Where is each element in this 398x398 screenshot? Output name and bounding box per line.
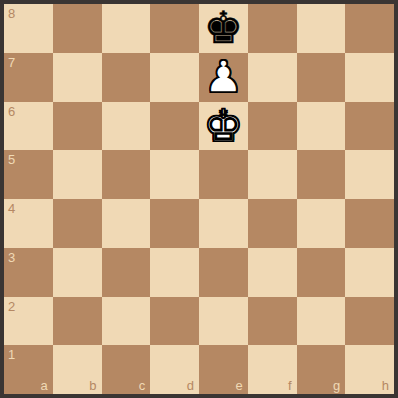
square-d1[interactable]: d: [150, 345, 199, 394]
square-d8[interactable]: [150, 4, 199, 53]
rank-label-6: 6: [8, 105, 15, 118]
black-king[interactable]: ♚: [204, 4, 243, 52]
square-b1[interactable]: b: [53, 345, 102, 394]
rank-label-1: 1: [8, 348, 15, 361]
square-e3[interactable]: [199, 248, 248, 297]
square-d6[interactable]: [150, 102, 199, 151]
square-f1[interactable]: f: [248, 345, 297, 394]
square-e6[interactable]: ♚: [199, 102, 248, 151]
square-f2[interactable]: [248, 297, 297, 346]
square-d7[interactable]: [150, 53, 199, 102]
square-c2[interactable]: [102, 297, 151, 346]
square-d2[interactable]: [150, 297, 199, 346]
square-h5[interactable]: [345, 150, 394, 199]
square-g8[interactable]: [297, 4, 346, 53]
square-a4[interactable]: 4: [4, 199, 53, 248]
square-h1[interactable]: h: [345, 345, 394, 394]
white-king[interactable]: ♚: [204, 102, 243, 150]
square-f4[interactable]: [248, 199, 297, 248]
square-f6[interactable]: [248, 102, 297, 151]
square-h4[interactable]: [345, 199, 394, 248]
square-c1[interactable]: c: [102, 345, 151, 394]
rank-label-8: 8: [8, 7, 15, 20]
square-f8[interactable]: [248, 4, 297, 53]
square-g4[interactable]: [297, 199, 346, 248]
chess-board: 8♚7♟6♚54321abcdefgh: [0, 0, 398, 398]
square-b4[interactable]: [53, 199, 102, 248]
square-e4[interactable]: [199, 199, 248, 248]
file-label-g: g: [333, 379, 340, 392]
square-b2[interactable]: [53, 297, 102, 346]
file-label-a: a: [41, 379, 48, 392]
square-e5[interactable]: [199, 150, 248, 199]
rank-label-2: 2: [8, 300, 15, 313]
square-e8[interactable]: ♚: [199, 4, 248, 53]
square-d4[interactable]: [150, 199, 199, 248]
rank-label-4: 4: [8, 202, 15, 215]
square-d5[interactable]: [150, 150, 199, 199]
square-g2[interactable]: [297, 297, 346, 346]
file-label-b: b: [89, 379, 96, 392]
square-e2[interactable]: [199, 297, 248, 346]
square-a1[interactable]: 1a: [4, 345, 53, 394]
square-a3[interactable]: 3: [4, 248, 53, 297]
rank-label-3: 3: [8, 251, 15, 264]
white-pawn[interactable]: ♟: [204, 53, 243, 101]
square-h8[interactable]: [345, 4, 394, 53]
square-g3[interactable]: [297, 248, 346, 297]
square-a6[interactable]: 6: [4, 102, 53, 151]
rank-label-7: 7: [8, 56, 15, 69]
file-label-d: d: [187, 379, 194, 392]
square-f7[interactable]: [248, 53, 297, 102]
square-h7[interactable]: [345, 53, 394, 102]
square-b5[interactable]: [53, 150, 102, 199]
square-c8[interactable]: [102, 4, 151, 53]
square-a2[interactable]: 2: [4, 297, 53, 346]
square-g6[interactable]: [297, 102, 346, 151]
file-label-c: c: [139, 379, 146, 392]
square-h6[interactable]: [345, 102, 394, 151]
square-f3[interactable]: [248, 248, 297, 297]
square-e7[interactable]: ♟: [199, 53, 248, 102]
square-a8[interactable]: 8: [4, 4, 53, 53]
square-g7[interactable]: [297, 53, 346, 102]
square-d3[interactable]: [150, 248, 199, 297]
square-b8[interactable]: [53, 4, 102, 53]
square-b7[interactable]: [53, 53, 102, 102]
square-e1[interactable]: e: [199, 345, 248, 394]
square-a5[interactable]: 5: [4, 150, 53, 199]
square-g5[interactable]: [297, 150, 346, 199]
file-label-f: f: [288, 379, 292, 392]
file-label-h: h: [382, 379, 389, 392]
square-c7[interactable]: [102, 53, 151, 102]
square-a7[interactable]: 7: [4, 53, 53, 102]
rank-label-5: 5: [8, 153, 15, 166]
square-f5[interactable]: [248, 150, 297, 199]
square-g1[interactable]: g: [297, 345, 346, 394]
square-c5[interactable]: [102, 150, 151, 199]
square-h3[interactable]: [345, 248, 394, 297]
square-b6[interactable]: [53, 102, 102, 151]
square-c6[interactable]: [102, 102, 151, 151]
square-c3[interactable]: [102, 248, 151, 297]
square-b3[interactable]: [53, 248, 102, 297]
board-grid: 8♚7♟6♚54321abcdefgh: [4, 4, 394, 394]
file-label-e: e: [236, 379, 243, 392]
square-c4[interactable]: [102, 199, 151, 248]
square-h2[interactable]: [345, 297, 394, 346]
